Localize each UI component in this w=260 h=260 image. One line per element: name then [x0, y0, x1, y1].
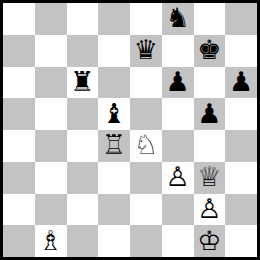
square-c7[interactable]: [67, 35, 99, 67]
square-h5[interactable]: [225, 98, 257, 130]
square-f4[interactable]: [162, 130, 194, 162]
square-a3[interactable]: [3, 162, 35, 194]
square-f5[interactable]: [162, 98, 194, 130]
square-a1[interactable]: [3, 225, 35, 257]
square-b1[interactable]: ♗: [35, 225, 67, 257]
square-b6[interactable]: [35, 67, 67, 99]
white-knight-piece: ♘: [134, 131, 158, 158]
square-d5[interactable]: ♝: [98, 98, 130, 130]
black-rook-piece: ♜: [70, 68, 94, 95]
square-a5[interactable]: [3, 98, 35, 130]
chess-board: ♞♛♚♜♟♟♝♟♖♘♙♕♙♗♔: [3, 3, 257, 257]
square-d3[interactable]: [98, 162, 130, 194]
square-h6[interactable]: ♟: [225, 67, 257, 99]
square-c4[interactable]: [67, 130, 99, 162]
black-pawn-piece: ♟: [197, 100, 221, 127]
square-g5[interactable]: ♟: [194, 98, 226, 130]
square-c6[interactable]: ♜: [67, 67, 99, 99]
square-a7[interactable]: [3, 35, 35, 67]
square-g6[interactable]: [194, 67, 226, 99]
square-b7[interactable]: [35, 35, 67, 67]
square-b5[interactable]: [35, 98, 67, 130]
square-f7[interactable]: [162, 35, 194, 67]
square-a4[interactable]: [3, 130, 35, 162]
square-g4[interactable]: [194, 130, 226, 162]
square-e3[interactable]: [130, 162, 162, 194]
square-e2[interactable]: [130, 194, 162, 226]
square-d2[interactable]: [98, 194, 130, 226]
square-d1[interactable]: [98, 225, 130, 257]
square-e1[interactable]: [130, 225, 162, 257]
square-a6[interactable]: [3, 67, 35, 99]
square-d8[interactable]: [98, 3, 130, 35]
white-rook-piece: ♖: [102, 131, 126, 158]
black-knight-piece: ♞: [166, 4, 190, 31]
square-f8[interactable]: ♞: [162, 3, 194, 35]
white-pawn-piece: ♙: [166, 163, 190, 190]
black-bishop-piece: ♝: [102, 100, 126, 127]
square-f1[interactable]: [162, 225, 194, 257]
square-g8[interactable]: [194, 3, 226, 35]
square-f3[interactable]: ♙: [162, 162, 194, 194]
square-d7[interactable]: [98, 35, 130, 67]
white-king-piece: ♔: [197, 227, 221, 254]
square-g2[interactable]: ♙: [194, 194, 226, 226]
square-d6[interactable]: [98, 67, 130, 99]
square-f6[interactable]: ♟: [162, 67, 194, 99]
square-e4[interactable]: ♘: [130, 130, 162, 162]
square-c8[interactable]: [67, 3, 99, 35]
square-e5[interactable]: [130, 98, 162, 130]
white-pawn-piece: ♙: [197, 195, 221, 222]
square-h3[interactable]: [225, 162, 257, 194]
square-c3[interactable]: [67, 162, 99, 194]
square-c5[interactable]: [67, 98, 99, 130]
square-h4[interactable]: [225, 130, 257, 162]
square-g7[interactable]: ♚: [194, 35, 226, 67]
black-pawn-piece: ♟: [166, 68, 190, 95]
square-b4[interactable]: [35, 130, 67, 162]
square-h2[interactable]: [225, 194, 257, 226]
square-c2[interactable]: [67, 194, 99, 226]
chess-board-frame: ♞♛♚♜♟♟♝♟♖♘♙♕♙♗♔: [0, 0, 260, 260]
square-a2[interactable]: [3, 194, 35, 226]
square-h8[interactable]: [225, 3, 257, 35]
black-pawn-piece: ♟: [229, 68, 253, 95]
square-b3[interactable]: [35, 162, 67, 194]
square-g3[interactable]: ♕: [194, 162, 226, 194]
square-b8[interactable]: [35, 3, 67, 35]
square-a8[interactable]: [3, 3, 35, 35]
square-b2[interactable]: [35, 194, 67, 226]
black-queen-piece: ♛: [134, 36, 158, 63]
square-g1[interactable]: ♔: [194, 225, 226, 257]
square-d4[interactable]: ♖: [98, 130, 130, 162]
black-king-piece: ♚: [197, 36, 221, 63]
square-h1[interactable]: [225, 225, 257, 257]
square-c1[interactable]: [67, 225, 99, 257]
square-h7[interactable]: [225, 35, 257, 67]
white-queen-piece: ♕: [197, 163, 221, 190]
square-f2[interactable]: [162, 194, 194, 226]
square-e8[interactable]: [130, 3, 162, 35]
square-e6[interactable]: [130, 67, 162, 99]
white-bishop-piece: ♗: [39, 227, 63, 254]
square-e7[interactable]: ♛: [130, 35, 162, 67]
